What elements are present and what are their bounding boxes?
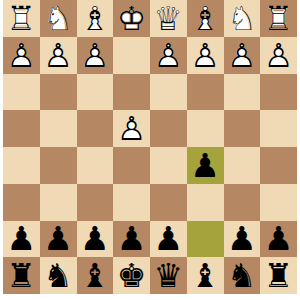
square-f5[interactable]	[77, 147, 114, 184]
pawn-outline: ♙	[77, 37, 114, 74]
square-c3[interactable]	[187, 74, 224, 111]
square-c5[interactable]: ♟	[187, 147, 224, 184]
square-g1[interactable]: ♞♘	[40, 0, 77, 37]
piece-white-bishop[interactable]: ♝♗	[77, 0, 114, 37]
piece-black-bishop[interactable]: ♝	[187, 257, 224, 294]
square-b3[interactable]	[224, 74, 261, 111]
square-f2[interactable]: ♟♙	[77, 37, 114, 74]
square-e7[interactable]: ♟	[113, 221, 150, 258]
square-e2[interactable]	[113, 37, 150, 74]
piece-black-rook[interactable]: ♜	[3, 257, 40, 294]
square-a6[interactable]	[260, 184, 297, 221]
queen-outline: ♕	[150, 0, 187, 37]
piece-black-pawn[interactable]: ♟	[77, 221, 114, 258]
knight-outline: ♘	[40, 0, 77, 37]
square-g2[interactable]: ♟♙	[40, 37, 77, 74]
square-c1[interactable]: ♝♗	[187, 0, 224, 37]
piece-black-knight[interactable]: ♞	[224, 257, 261, 294]
piece-black-pawn[interactable]: ♟	[113, 221, 150, 258]
piece-white-king[interactable]: ♚♔	[113, 0, 150, 37]
square-a4[interactable]	[260, 110, 297, 147]
piece-white-pawn[interactable]: ♟♙	[3, 37, 40, 74]
square-f7[interactable]: ♟	[77, 221, 114, 258]
square-d7[interactable]: ♟	[150, 221, 187, 258]
square-d2[interactable]: ♟♙	[150, 37, 187, 74]
piece-white-pawn[interactable]: ♟♙	[187, 37, 224, 74]
piece-black-pawn[interactable]: ♟	[150, 221, 187, 258]
square-d3[interactable]	[150, 74, 187, 111]
square-b5[interactable]	[224, 147, 261, 184]
square-g8[interactable]: ♞	[40, 257, 77, 294]
piece-black-queen[interactable]: ♛	[150, 257, 187, 294]
square-f4[interactable]	[77, 110, 114, 147]
square-h8[interactable]: ♜	[3, 257, 40, 294]
pawn-outline: ♙	[187, 37, 224, 74]
pawn-outline: ♙	[260, 37, 297, 74]
piece-black-pawn[interactable]: ♟	[3, 221, 40, 258]
square-g7[interactable]: ♟	[40, 221, 77, 258]
bishop-outline: ♗	[77, 0, 114, 37]
square-g5[interactable]	[40, 147, 77, 184]
piece-white-queen[interactable]: ♛♕	[150, 0, 187, 37]
square-c4[interactable]	[187, 110, 224, 147]
square-b4[interactable]	[224, 110, 261, 147]
piece-white-pawn[interactable]: ♟♙	[40, 37, 77, 74]
square-e5[interactable]	[113, 147, 150, 184]
square-c2[interactable]: ♟♙	[187, 37, 224, 74]
piece-white-bishop[interactable]: ♝♗	[187, 0, 224, 37]
piece-black-rook[interactable]: ♜	[260, 257, 297, 294]
square-h6[interactable]	[3, 184, 40, 221]
square-a5[interactable]	[260, 147, 297, 184]
square-d1[interactable]: ♛♕	[150, 0, 187, 37]
piece-white-pawn[interactable]: ♟♙	[224, 37, 261, 74]
square-e1[interactable]: ♚♔	[113, 0, 150, 37]
square-a8[interactable]: ♜	[260, 257, 297, 294]
piece-black-knight[interactable]: ♞	[40, 257, 77, 294]
piece-black-pawn[interactable]: ♟	[187, 147, 224, 184]
square-b6[interactable]	[224, 184, 261, 221]
rook-outline: ♖	[3, 0, 40, 37]
piece-white-pawn[interactable]: ♟♙	[113, 110, 150, 147]
square-b8[interactable]: ♞	[224, 257, 261, 294]
piece-white-pawn[interactable]: ♟♙	[77, 37, 114, 74]
square-h3[interactable]	[3, 74, 40, 111]
chess-board-page: ♜♖♞♘♝♗♚♔♛♕♝♗♞♘♜♖♟♙♟♙♟♙♟♙♟♙♟♙♟♙♟♙♟♟♟♟♟♟♟♟…	[0, 0, 300, 300]
piece-black-pawn[interactable]: ♟	[40, 221, 77, 258]
square-d5[interactable]	[150, 147, 187, 184]
pawn-outline: ♙	[113, 110, 150, 147]
square-e6[interactable]	[113, 184, 150, 221]
piece-white-knight[interactable]: ♞♘	[224, 0, 261, 37]
square-d6[interactable]	[150, 184, 187, 221]
square-f8[interactable]: ♝	[77, 257, 114, 294]
chess-board: ♜♖♞♘♝♗♚♔♛♕♝♗♞♘♜♖♟♙♟♙♟♙♟♙♟♙♟♙♟♙♟♙♟♟♟♟♟♟♟♟…	[3, 0, 297, 294]
knight-outline: ♘	[224, 0, 261, 37]
piece-white-rook[interactable]: ♜♖	[3, 0, 40, 37]
pawn-outline: ♙	[150, 37, 187, 74]
square-c6[interactable]	[187, 184, 224, 221]
square-e8[interactable]: ♚	[113, 257, 150, 294]
piece-black-bishop[interactable]: ♝	[77, 257, 114, 294]
square-d8[interactable]: ♛	[150, 257, 187, 294]
square-h7[interactable]: ♟	[3, 221, 40, 258]
square-c7[interactable]	[187, 221, 224, 258]
square-f3[interactable]	[77, 74, 114, 111]
king-outline: ♔	[113, 0, 150, 37]
square-g6[interactable]	[40, 184, 77, 221]
piece-white-pawn[interactable]: ♟♙	[260, 37, 297, 74]
square-b1[interactable]: ♞♘	[224, 0, 261, 37]
square-a3[interactable]	[260, 74, 297, 111]
square-g4[interactable]	[40, 110, 77, 147]
square-f1[interactable]: ♝♗	[77, 0, 114, 37]
pawn-outline: ♙	[224, 37, 261, 74]
bishop-outline: ♗	[187, 0, 224, 37]
square-e4[interactable]: ♟♙	[113, 110, 150, 147]
square-a2[interactable]: ♟♙	[260, 37, 297, 74]
square-g3[interactable]	[40, 74, 77, 111]
square-h2[interactable]: ♟♙	[3, 37, 40, 74]
piece-black-king[interactable]: ♚	[113, 257, 150, 294]
square-e3[interactable]	[113, 74, 150, 111]
square-h4[interactable]	[3, 110, 40, 147]
rook-outline: ♖	[260, 0, 297, 37]
square-a1[interactable]: ♜♖	[260, 0, 297, 37]
square-a7[interactable]: ♟	[260, 221, 297, 258]
square-h1[interactable]: ♜♖	[3, 0, 40, 37]
square-b2[interactable]: ♟♙	[224, 37, 261, 74]
pawn-outline: ♙	[3, 37, 40, 74]
piece-black-pawn[interactable]: ♟	[224, 221, 261, 258]
square-f6[interactable]	[77, 184, 114, 221]
piece-white-pawn[interactable]: ♟♙	[150, 37, 187, 74]
square-b7[interactable]: ♟	[224, 221, 261, 258]
square-d4[interactable]	[150, 110, 187, 147]
piece-white-knight[interactable]: ♞♘	[40, 0, 77, 37]
pawn-outline: ♙	[40, 37, 77, 74]
piece-black-pawn[interactable]: ♟	[260, 221, 297, 258]
piece-white-rook[interactable]: ♜♖	[260, 0, 297, 37]
square-h5[interactable]	[3, 147, 40, 184]
square-c8[interactable]: ♝	[187, 257, 224, 294]
